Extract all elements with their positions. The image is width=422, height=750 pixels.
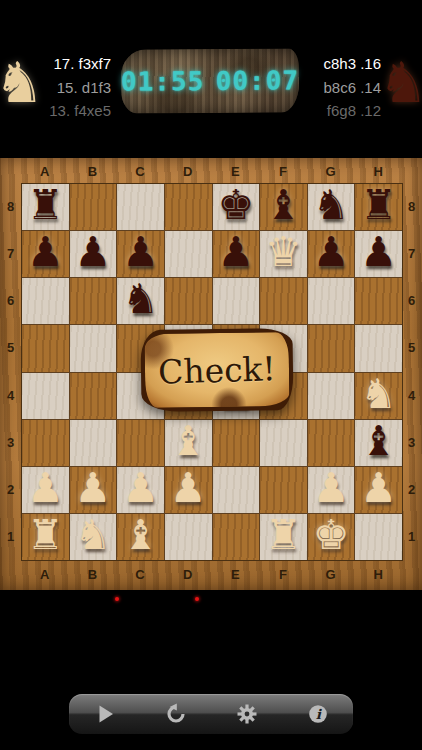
square-f2[interactable] — [260, 467, 307, 513]
white-move-oldest: 13. f4xe5 — [36, 99, 111, 123]
white-pawn-d2[interactable]: ♟ — [170, 468, 207, 509]
black-king-e8[interactable]: ♚ — [217, 185, 254, 226]
square-b1[interactable]: ♞ — [70, 514, 117, 560]
square-h4[interactable]: ♞ — [355, 373, 402, 419]
black-pawn-a7[interactable]: ♟ — [27, 232, 64, 273]
square-d3[interactable]: ♝ — [165, 420, 212, 466]
file-label-g: G — [307, 564, 355, 584]
undo-button[interactable] — [140, 694, 211, 734]
check-banner-text: Check! — [158, 349, 277, 392]
square-a1[interactable]: ♜ — [22, 514, 69, 560]
square-e8[interactable]: ♚ — [213, 184, 260, 230]
file-label-a: A — [21, 564, 69, 584]
file-label-h: H — [354, 161, 402, 181]
file-label-f: F — [259, 161, 307, 181]
rank-label-8: 8 — [0, 183, 21, 230]
undo-icon — [164, 702, 188, 726]
black-pawn-b7[interactable]: ♟ — [75, 232, 112, 273]
rank-label-3: 3 — [0, 419, 21, 466]
square-d8[interactable] — [165, 184, 212, 230]
square-g4[interactable] — [308, 373, 355, 419]
rank-labels-left: 87654321 — [0, 183, 21, 560]
file-label-c: C — [116, 564, 164, 584]
black-rook-a8[interactable]: ♜ — [27, 185, 64, 226]
square-h1[interactable] — [355, 514, 402, 560]
white-pawn-g2[interactable]: ♟ — [313, 468, 350, 509]
file-labels-bottom: ABCDEFGH — [21, 564, 402, 584]
square-b4[interactable] — [70, 373, 117, 419]
square-f3[interactable] — [260, 420, 307, 466]
black-pawn-c7[interactable]: ♟ — [122, 232, 159, 273]
square-a7[interactable]: ♟ — [22, 231, 69, 277]
chess-board[interactable]: ABCDEFGH 87654321 ♜♚♝♞♜♟♟♟♟♛♟♟♞♟♟♞♝♝♟♟♟♟… — [0, 158, 422, 590]
square-f1[interactable]: ♜ — [260, 514, 307, 560]
rank-label-6: 6 — [401, 277, 422, 324]
square-c8[interactable] — [117, 184, 164, 230]
file-label-c: C — [116, 161, 164, 181]
black-pawn-h7[interactable]: ♟ — [360, 232, 397, 273]
square-d6[interactable] — [165, 278, 212, 324]
rank-label-7: 7 — [401, 230, 422, 277]
white-pawn-h2[interactable]: ♟ — [360, 468, 397, 509]
file-label-b: B — [69, 564, 117, 584]
square-h8[interactable]: ♜ — [355, 184, 402, 230]
play-icon — [93, 702, 117, 726]
red-dot-indicator — [195, 597, 199, 601]
file-label-h: H — [354, 564, 402, 584]
square-e6[interactable] — [213, 278, 260, 324]
file-label-f: F — [259, 564, 307, 584]
check-banner-parchment: Check! — [144, 332, 289, 408]
file-label-a: A — [21, 161, 69, 181]
square-h2[interactable]: ♟ — [355, 467, 402, 513]
square-g1[interactable]: ♚ — [308, 514, 355, 560]
red-dot-indicator — [115, 597, 119, 601]
settings-button[interactable] — [211, 694, 282, 734]
square-g8[interactable]: ♞ — [308, 184, 355, 230]
black-knight-icon: ♞ — [382, 50, 422, 116]
file-label-d: D — [164, 161, 212, 181]
play-button[interactable] — [69, 694, 140, 734]
square-f7[interactable]: ♛ — [260, 231, 307, 277]
white-knight-b1[interactable]: ♞ — [75, 515, 112, 556]
square-e1[interactable] — [213, 514, 260, 560]
info-button[interactable]: i — [282, 694, 353, 734]
square-d7[interactable] — [165, 231, 212, 277]
rank-label-1: 1 — [401, 513, 422, 560]
black-pawn-g7[interactable]: ♟ — [313, 232, 350, 273]
square-c3[interactable] — [117, 420, 164, 466]
square-d2[interactable]: ♟ — [165, 467, 212, 513]
bottom-toolbar: i — [69, 694, 353, 734]
rank-label-3: 3 — [401, 419, 422, 466]
white-bishop-d3[interactable]: ♝ — [170, 421, 207, 462]
square-e3[interactable] — [213, 420, 260, 466]
black-time: 00:07 — [216, 65, 299, 96]
gear-icon — [235, 702, 259, 726]
square-b6[interactable] — [70, 278, 117, 324]
square-f6[interactable] — [260, 278, 307, 324]
square-a8[interactable]: ♜ — [22, 184, 69, 230]
square-h7[interactable]: ♟ — [355, 231, 402, 277]
white-bishop-c1[interactable]: ♝ — [122, 515, 159, 556]
black-move-latest: c8h3 .16 — [306, 52, 381, 76]
white-knight-icon: ♞ — [0, 50, 40, 116]
file-label-g: G — [307, 161, 355, 181]
white-knight-h4[interactable]: ♞ — [360, 374, 397, 415]
white-pawn-a2[interactable]: ♟ — [27, 468, 64, 509]
square-c1[interactable]: ♝ — [117, 514, 164, 560]
square-b5[interactable] — [70, 325, 117, 371]
white-move-previous: 15. d1f3 — [36, 76, 111, 100]
square-g2[interactable]: ♟ — [308, 467, 355, 513]
black-move-list: c8h3 .16 b8c6 .14 f6g8 .12 — [306, 52, 381, 123]
square-a4[interactable] — [22, 373, 69, 419]
rank-label-8: 8 — [401, 183, 422, 230]
square-d1[interactable] — [165, 514, 212, 560]
white-pawn-b2[interactable]: ♟ — [75, 468, 112, 509]
square-a2[interactable]: ♟ — [22, 467, 69, 513]
file-labels-top: ABCDEFGH — [21, 161, 402, 181]
check-banner: Check! — [140, 328, 293, 412]
square-g5[interactable] — [308, 325, 355, 371]
black-knight-c6[interactable]: ♞ — [122, 279, 159, 320]
white-rook-f1[interactable]: ♜ — [265, 515, 302, 556]
black-bishop-f8[interactable]: ♝ — [265, 185, 302, 226]
square-a5[interactable] — [22, 325, 69, 371]
white-king-g1[interactable]: ♚ — [313, 515, 350, 556]
rank-label-5: 5 — [0, 324, 21, 371]
file-label-d: D — [164, 564, 212, 584]
black-pawn-e7[interactable]: ♟ — [217, 232, 254, 273]
rank-label-5: 5 — [401, 324, 422, 371]
square-g7[interactable]: ♟ — [308, 231, 355, 277]
rank-label-2: 2 — [401, 466, 422, 513]
black-rook-h8[interactable]: ♜ — [360, 185, 397, 226]
black-knight-g8[interactable]: ♞ — [313, 185, 350, 226]
square-b2[interactable]: ♟ — [70, 467, 117, 513]
rank-label-6: 6 — [0, 277, 21, 324]
rank-label-4: 4 — [0, 372, 21, 419]
white-move-latest: 17. f3xf7 — [36, 52, 111, 76]
white-move-list: 17. f3xf7 15. d1f3 13. f4xe5 — [36, 52, 111, 123]
rank-label-2: 2 — [0, 466, 21, 513]
rank-label-4: 4 — [401, 372, 422, 419]
square-g3[interactable] — [308, 420, 355, 466]
square-g6[interactable] — [308, 278, 355, 324]
black-move-previous: b8c6 .14 — [306, 76, 381, 100]
white-rook-a1[interactable]: ♜ — [27, 515, 64, 556]
white-queen-f7[interactable]: ♛ — [265, 232, 302, 273]
square-c6[interactable]: ♞ — [117, 278, 164, 324]
square-a3[interactable] — [22, 420, 69, 466]
white-time: 01:55 — [121, 66, 204, 97]
white-pawn-c2[interactable]: ♟ — [122, 468, 159, 509]
square-b8[interactable] — [70, 184, 117, 230]
file-label-e: E — [212, 564, 260, 584]
square-b7[interactable]: ♟ — [70, 231, 117, 277]
square-h5[interactable] — [355, 325, 402, 371]
file-label-e: E — [212, 161, 260, 181]
square-c2[interactable]: ♟ — [117, 467, 164, 513]
square-h3[interactable]: ♝ — [355, 420, 402, 466]
file-label-b: B — [69, 161, 117, 181]
game-clock: 01:55 00:07 — [121, 48, 299, 113]
rank-label-7: 7 — [0, 230, 21, 277]
black-bishop-h3[interactable]: ♝ — [360, 421, 397, 462]
square-f8[interactable]: ♝ — [260, 184, 307, 230]
rank-labels-right: 87654321 — [401, 183, 422, 560]
square-c7[interactable]: ♟ — [117, 231, 164, 277]
square-e7[interactable]: ♟ — [213, 231, 260, 277]
square-e2[interactable] — [213, 467, 260, 513]
square-b3[interactable] — [70, 420, 117, 466]
black-move-oldest: f6g8 .12 — [306, 99, 381, 123]
app-screen: ♞ 17. f3xf7 15. d1f3 13. f4xe5 01:55 00:… — [0, 0, 422, 750]
rank-label-1: 1 — [0, 513, 21, 560]
square-a6[interactable] — [22, 278, 69, 324]
info-icon: i — [306, 702, 330, 726]
square-h6[interactable] — [355, 278, 402, 324]
